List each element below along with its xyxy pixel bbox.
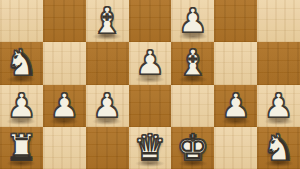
- white-knight-g1[interactable]: ♞: [262, 127, 294, 169]
- white-pawn-d3[interactable]: ♟: [135, 42, 165, 84]
- square-e4[interactable]: ♟: [171, 0, 214, 42]
- square-e1[interactable]: ♚: [171, 127, 214, 169]
- square-g3[interactable]: [257, 42, 300, 84]
- square-c3[interactable]: [86, 42, 129, 84]
- square-a1[interactable]: ♜: [0, 127, 43, 169]
- square-g4[interactable]: [257, 0, 300, 42]
- square-a2[interactable]: ♟: [0, 85, 43, 127]
- white-rook-a1[interactable]: ♜: [5, 127, 37, 169]
- square-a4[interactable]: [0, 0, 43, 42]
- white-queen-d1[interactable]: ♛: [134, 127, 166, 169]
- square-f1[interactable]: [214, 127, 257, 169]
- white-pawn-f2[interactable]: ♟: [221, 85, 251, 127]
- square-f2[interactable]: ♟: [214, 85, 257, 127]
- square-f4[interactable]: [214, 0, 257, 42]
- chess-board: ♝♟♞♟♝♟♟♟♟♟♜♛♚♞: [0, 0, 300, 169]
- square-g2[interactable]: ♟: [257, 85, 300, 127]
- square-b2[interactable]: ♟: [43, 85, 86, 127]
- square-d2[interactable]: [129, 85, 172, 127]
- square-c1[interactable]: [86, 127, 129, 169]
- square-c2[interactable]: ♟: [86, 85, 129, 127]
- square-c4[interactable]: ♝: [86, 0, 129, 42]
- square-e2[interactable]: [171, 85, 214, 127]
- white-pawn-e4[interactable]: ♟: [178, 0, 208, 42]
- square-g1[interactable]: ♞: [257, 127, 300, 169]
- square-d4[interactable]: [129, 0, 172, 42]
- white-pawn-c2[interactable]: ♟: [92, 85, 122, 127]
- white-king-e1[interactable]: ♚: [177, 127, 209, 169]
- white-bishop-e3[interactable]: ♝: [177, 42, 209, 84]
- square-d1[interactable]: ♛: [129, 127, 172, 169]
- white-pawn-g2[interactable]: ♟: [264, 85, 294, 127]
- square-b4[interactable]: [43, 0, 86, 42]
- white-pawn-a2[interactable]: ♟: [7, 85, 37, 127]
- square-f3[interactable]: [214, 42, 257, 84]
- white-knight-a3[interactable]: ♞: [5, 42, 37, 84]
- square-b1[interactable]: [43, 127, 86, 169]
- white-bishop-c4[interactable]: ♝: [91, 0, 123, 42]
- square-a3[interactable]: ♞: [0, 42, 43, 84]
- square-e3[interactable]: ♝: [171, 42, 214, 84]
- white-pawn-b2[interactable]: ♟: [49, 85, 79, 127]
- square-b3[interactable]: [43, 42, 86, 84]
- square-d3[interactable]: ♟: [129, 42, 172, 84]
